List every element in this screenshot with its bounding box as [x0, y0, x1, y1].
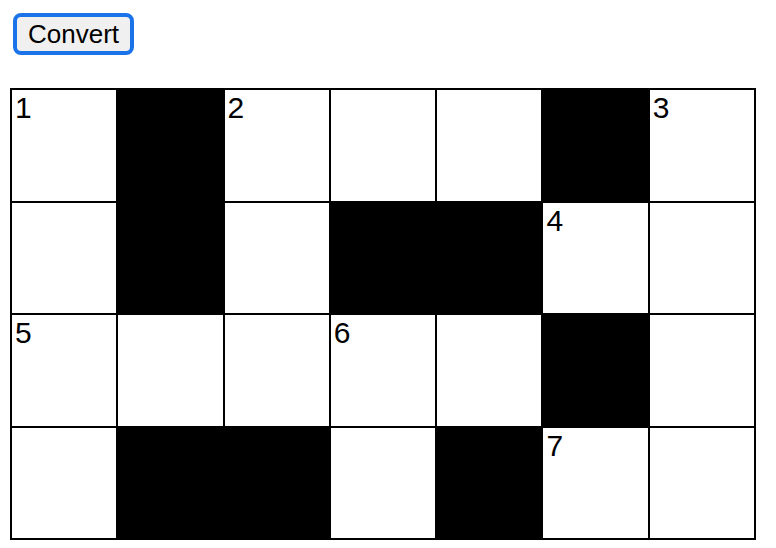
cell-r1-c7[interactable]: 3: [650, 90, 754, 201]
cell-r2-c1[interactable]: [12, 203, 116, 314]
cell-r2-c2: [118, 203, 222, 314]
cell-r3-c5[interactable]: [437, 315, 541, 426]
clue-number: 6: [334, 317, 351, 349]
cell-r2-c5: [437, 203, 541, 314]
clue-number: 3: [653, 92, 670, 124]
cell-r3-c7[interactable]: [650, 315, 754, 426]
cell-r3-c2[interactable]: [118, 315, 222, 426]
clue-number: 2: [228, 92, 245, 124]
cell-r3-c4[interactable]: 6: [331, 315, 435, 426]
cell-r1-c5[interactable]: [437, 90, 541, 201]
cell-r1-c4[interactable]: [331, 90, 435, 201]
clue-number: 4: [546, 205, 563, 237]
convert-button[interactable]: Convert: [13, 13, 134, 55]
cell-r1-c1[interactable]: 1: [12, 90, 116, 201]
cell-r1-c3[interactable]: 2: [225, 90, 329, 201]
cell-r2-c4: [331, 203, 435, 314]
cell-r2-c6[interactable]: 4: [543, 203, 647, 314]
cell-r2-c3[interactable]: [225, 203, 329, 314]
clue-number: 7: [546, 430, 563, 462]
cell-r3-c1[interactable]: 5: [12, 315, 116, 426]
cell-r4-c4[interactable]: [331, 428, 435, 539]
cell-r4-c1[interactable]: [12, 428, 116, 539]
cell-r4-c7[interactable]: [650, 428, 754, 539]
cell-r4-c2: [118, 428, 222, 539]
cell-r1-c6: [543, 90, 647, 201]
clue-number: 1: [15, 92, 32, 124]
cell-r2-c7[interactable]: [650, 203, 754, 314]
cell-r4-c3: [225, 428, 329, 539]
cell-r1-c2: [118, 90, 222, 201]
cell-r3-c6: [543, 315, 647, 426]
clue-number: 5: [15, 317, 32, 349]
cell-r4-c6[interactable]: 7: [543, 428, 647, 539]
cell-r4-c5: [437, 428, 541, 539]
crossword-board: 1234567: [10, 88, 756, 540]
cell-r3-c3[interactable]: [225, 315, 329, 426]
